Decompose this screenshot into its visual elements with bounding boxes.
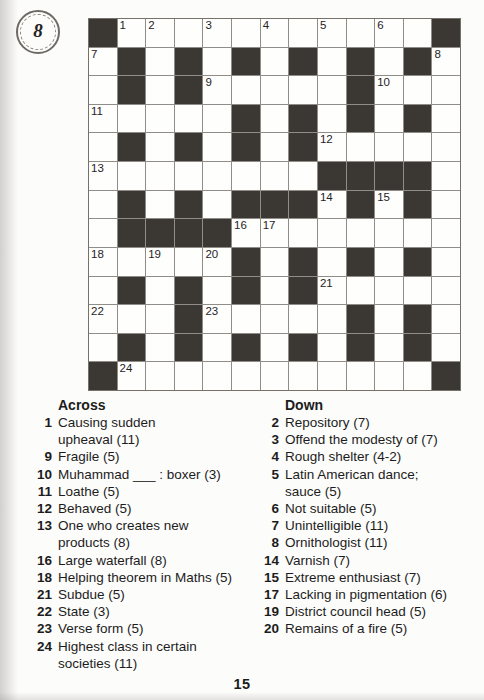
cell-number: 13 [91, 162, 104, 175]
white-cell[interactable]: 2 [146, 19, 174, 47]
white-cell[interactable] [232, 162, 260, 190]
clue-number: 16 [30, 552, 52, 569]
white-cell[interactable] [432, 277, 460, 305]
white-cell[interactable] [89, 191, 117, 219]
white-cell[interactable] [261, 277, 289, 305]
white-cell[interactable]: 20 [203, 248, 231, 276]
black-cell [118, 219, 146, 247]
black-cell [289, 191, 317, 219]
white-cell[interactable]: 24 [118, 362, 146, 390]
white-cell[interactable] [261, 76, 289, 104]
cell-number: 10 [377, 76, 390, 89]
black-cell [347, 305, 375, 333]
white-cell[interactable] [146, 48, 174, 76]
white-cell[interactable] [375, 48, 403, 76]
white-cell[interactable] [203, 334, 231, 362]
clue-text: Muhammad ___ : boxer (3) [58, 466, 221, 483]
white-cell[interactable] [432, 219, 460, 247]
black-cell [318, 162, 346, 190]
white-cell[interactable]: 17 [261, 219, 289, 247]
white-cell[interactable] [404, 133, 432, 161]
white-cell[interactable] [261, 48, 289, 76]
cell-number: 3 [205, 19, 211, 32]
white-cell[interactable] [404, 277, 432, 305]
white-cell[interactable] [375, 305, 403, 333]
clue-text: District council head (5) [285, 603, 426, 620]
white-cell[interactable]: 8 [432, 48, 460, 76]
white-cell[interactable] [347, 277, 375, 305]
black-cell [203, 219, 231, 247]
black-cell [375, 162, 403, 190]
black-cell [89, 362, 117, 390]
black-cell [289, 48, 317, 76]
white-cell[interactable]: 1 [118, 19, 146, 47]
clue-text: Causing suddenupheaval (11) [58, 414, 156, 448]
clue-number: 20 [257, 620, 279, 637]
black-cell [118, 277, 146, 305]
clue-item: 24Highest class in certainsocieties (11) [30, 638, 257, 672]
black-cell [289, 334, 317, 362]
white-cell[interactable] [432, 334, 460, 362]
clue-item: 20Remains of a fire (5) [257, 620, 483, 637]
clue-number: 9 [30, 448, 52, 465]
white-cell[interactable] [289, 362, 317, 390]
clue-text: Large waterfall (8) [58, 552, 167, 569]
black-cell [232, 334, 260, 362]
white-cell[interactable] [203, 162, 231, 190]
black-cell [347, 248, 375, 276]
black-cell [404, 305, 432, 333]
black-cell [347, 162, 375, 190]
white-cell[interactable] [203, 133, 231, 161]
cell-number: 2 [148, 19, 154, 32]
white-cell[interactable] [146, 191, 174, 219]
clue-item: 1Causing suddenupheaval (11) [30, 414, 257, 448]
cell-number: 5 [320, 19, 326, 32]
down-clues-section: Down 2Repository (7)3Offend the modesty … [257, 397, 483, 638]
down-clue-list: 2Repository (7)3Offend the modesty of (7… [257, 414, 483, 638]
black-cell [261, 191, 289, 219]
white-cell[interactable] [289, 19, 317, 47]
clue-number: 5 [257, 466, 279, 500]
clue-item: 14Varnish (7) [257, 552, 483, 569]
white-cell[interactable]: 16 [232, 219, 260, 247]
clue-number: 23 [30, 620, 52, 637]
clue-text: Helping theorem in Maths (5) [58, 569, 232, 586]
clue-text: Fragile (5) [58, 448, 120, 465]
puzzle-number: 8 [33, 20, 43, 42]
white-cell[interactable]: 18 [89, 248, 117, 276]
white-cell[interactable] [404, 76, 432, 104]
white-cell[interactable] [146, 277, 174, 305]
clue-number: 4 [257, 448, 279, 465]
white-cell[interactable] [261, 362, 289, 390]
clue-item: 5Latin American dance;sauce (5) [257, 466, 483, 500]
clue-number: 1 [30, 414, 52, 448]
white-cell[interactable] [289, 305, 317, 333]
white-cell[interactable] [432, 133, 460, 161]
cell-number: 12 [320, 133, 333, 146]
white-cell[interactable] [232, 76, 260, 104]
white-cell[interactable]: 12 [318, 133, 346, 161]
black-cell [232, 277, 260, 305]
white-cell[interactable]: 22 [89, 305, 117, 333]
black-cell [232, 105, 260, 133]
white-cell[interactable] [118, 305, 146, 333]
clue-item: 4Rough shelter (4-2) [257, 448, 483, 465]
crossword-page: 8 12345678910111213141516171819202122232… [0, 0, 484, 700]
cell-number: 19 [148, 248, 161, 261]
white-cell[interactable] [432, 105, 460, 133]
black-cell [404, 48, 432, 76]
cell-number: 6 [377, 19, 383, 32]
clue-item: 10Muhammad ___ : boxer (3) [30, 466, 257, 483]
white-cell[interactable]: 13 [89, 162, 117, 190]
clue-number: 13 [30, 517, 52, 551]
clue-item: 11Loathe (5) [30, 483, 257, 500]
white-cell[interactable] [289, 162, 317, 190]
white-cell[interactable] [404, 362, 432, 390]
white-cell[interactable] [146, 105, 174, 133]
cell-number: 24 [120, 362, 133, 375]
clue-item: 21Subdue (5) [30, 586, 257, 603]
clue-item: 17Lacking in pigmentation (6) [257, 586, 483, 603]
white-cell[interactable] [375, 277, 403, 305]
white-cell[interactable]: 15 [375, 191, 403, 219]
clue-text: State (3) [58, 603, 110, 620]
white-cell[interactable] [289, 219, 317, 247]
white-cell[interactable] [203, 105, 231, 133]
white-cell[interactable] [146, 334, 174, 362]
white-cell[interactable] [289, 76, 317, 104]
clue-text: Lacking in pigmentation (6) [285, 586, 447, 603]
black-cell [175, 191, 203, 219]
white-cell[interactable] [432, 76, 460, 104]
white-cell[interactable] [232, 362, 260, 390]
clue-number: 22 [30, 603, 52, 620]
white-cell[interactable] [261, 133, 289, 161]
cell-number: 23 [205, 305, 218, 318]
across-clues-section: Across 1Causing suddenupheaval (11)9Frag… [30, 397, 257, 672]
black-cell [89, 19, 117, 47]
black-cell [175, 76, 203, 104]
white-cell[interactable] [118, 105, 146, 133]
cell-number: 20 [205, 248, 218, 261]
cell-number: 17 [263, 219, 276, 232]
black-cell [175, 219, 203, 247]
black-cell [432, 19, 460, 47]
black-cell [347, 105, 375, 133]
black-cell [404, 105, 432, 133]
white-cell[interactable] [175, 105, 203, 133]
black-cell [232, 48, 260, 76]
black-cell [289, 277, 317, 305]
clue-number: 18 [30, 569, 52, 586]
white-cell[interactable] [89, 334, 117, 362]
page-number: 15 [0, 676, 484, 692]
black-cell [404, 162, 432, 190]
white-cell[interactable] [318, 105, 346, 133]
clue-number: 17 [257, 586, 279, 603]
white-cell[interactable] [146, 305, 174, 333]
across-clue-list: 1Causing suddenupheaval (11)9Fragile (5)… [30, 414, 257, 672]
clue-item: 12Behaved (5) [30, 500, 257, 517]
white-cell[interactable]: 21 [318, 277, 346, 305]
cell-number: 22 [91, 305, 104, 318]
white-cell[interactable] [318, 362, 346, 390]
white-cell[interactable] [432, 191, 460, 219]
white-cell[interactable] [261, 305, 289, 333]
white-cell[interactable] [203, 191, 231, 219]
white-cell[interactable]: 11 [89, 105, 117, 133]
black-cell [404, 248, 432, 276]
crossword-grid: 123456789101112131415161718192021222324 [88, 18, 461, 391]
white-cell[interactable] [318, 76, 346, 104]
white-cell[interactable] [89, 76, 117, 104]
cell-number: 4 [263, 19, 269, 32]
down-header: Down [285, 397, 483, 414]
clue-number: 11 [30, 483, 52, 500]
black-cell [118, 133, 146, 161]
clue-item: 2Repository (7) [257, 414, 483, 431]
clue-item: 13One who creates newproducts (8) [30, 517, 257, 551]
black-cell [175, 133, 203, 161]
cell-number: 8 [434, 48, 440, 61]
black-cell [404, 191, 432, 219]
black-cell [289, 248, 317, 276]
black-cell [118, 191, 146, 219]
black-cell [118, 48, 146, 76]
white-cell[interactable]: 10 [375, 76, 403, 104]
white-cell[interactable] [375, 334, 403, 362]
clue-number: 19 [257, 603, 279, 620]
white-cell[interactable] [232, 19, 260, 47]
puzzle-number-badge: 8 [16, 10, 60, 54]
white-cell[interactable] [261, 105, 289, 133]
white-cell[interactable]: 14 [318, 191, 346, 219]
white-cell[interactable] [118, 248, 146, 276]
white-cell[interactable]: 19 [146, 248, 174, 276]
black-cell [289, 133, 317, 161]
clue-text: Latin American dance;sauce (5) [285, 466, 419, 500]
white-cell[interactable] [318, 305, 346, 333]
white-cell[interactable] [375, 362, 403, 390]
clue-item: 8Ornithologist (11) [257, 534, 483, 551]
white-cell[interactable] [175, 162, 203, 190]
white-cell[interactable]: 4 [261, 19, 289, 47]
cell-number: 7 [91, 48, 97, 61]
clue-text: Extreme enthusiast (7) [285, 569, 421, 586]
white-cell[interactable] [318, 248, 346, 276]
white-cell[interactable]: 6 [375, 19, 403, 47]
clue-number: 2 [257, 414, 279, 431]
black-cell [232, 191, 260, 219]
cell-number: 21 [320, 277, 333, 290]
clue-number: 15 [257, 569, 279, 586]
clue-item: 3Offend the modesty of (7) [257, 431, 483, 448]
black-cell [347, 334, 375, 362]
black-cell [118, 334, 146, 362]
white-cell[interactable] [232, 305, 260, 333]
white-cell[interactable] [203, 277, 231, 305]
clue-number: 12 [30, 500, 52, 517]
black-cell [232, 133, 260, 161]
white-cell[interactable] [375, 219, 403, 247]
clue-item: 9Fragile (5) [30, 448, 257, 465]
white-cell[interactable] [89, 219, 117, 247]
white-cell[interactable] [347, 133, 375, 161]
white-cell[interactable] [146, 362, 174, 390]
clue-number: 7 [257, 517, 279, 534]
white-cell[interactable] [175, 19, 203, 47]
clue-text: Varnish (7) [285, 552, 350, 569]
clue-item: 6Not suitable (5) [257, 500, 483, 517]
clue-text: Behaved (5) [58, 500, 132, 517]
white-cell[interactable] [375, 133, 403, 161]
clue-text: Repository (7) [285, 414, 370, 431]
clue-item: 19District council head (5) [257, 603, 483, 620]
white-cell[interactable] [404, 219, 432, 247]
white-cell[interactable] [146, 162, 174, 190]
white-cell[interactable]: 23 [203, 305, 231, 333]
cell-number: 18 [91, 248, 104, 261]
black-cell [175, 277, 203, 305]
white-cell[interactable]: 7 [89, 48, 117, 76]
white-cell[interactable]: 5 [318, 19, 346, 47]
white-cell[interactable] [89, 133, 117, 161]
cell-number: 16 [234, 219, 247, 232]
clue-number: 10 [30, 466, 52, 483]
clue-text: Subdue (5) [58, 586, 125, 603]
clue-item: 7Unintelligible (11) [257, 517, 483, 534]
clue-item: 16Large waterfall (8) [30, 552, 257, 569]
clue-text: One who creates newproducts (8) [58, 517, 189, 551]
clue-text: Ornithologist (11) [285, 534, 388, 551]
white-cell[interactable] [146, 76, 174, 104]
white-cell[interactable] [203, 48, 231, 76]
white-cell[interactable] [175, 362, 203, 390]
white-cell[interactable] [261, 248, 289, 276]
clue-number: 14 [257, 552, 279, 569]
clue-item: 23Verse form (5) [30, 620, 257, 637]
clue-text: Rough shelter (4-2) [285, 448, 401, 465]
black-cell [175, 48, 203, 76]
white-cell[interactable] [146, 133, 174, 161]
cell-number: 11 [91, 105, 103, 118]
cell-number: 9 [205, 76, 211, 89]
clue-item: 22State (3) [30, 603, 257, 620]
clue-text: Not suitable (5) [285, 500, 377, 517]
white-cell[interactable] [318, 219, 346, 247]
black-cell [432, 362, 460, 390]
across-header: Across [58, 397, 257, 414]
clue-number: 24 [30, 638, 52, 672]
clue-text: Unintelligible (11) [285, 517, 388, 534]
cell-number: 15 [377, 191, 390, 204]
clue-text: Remains of a fire (5) [285, 620, 407, 637]
white-cell[interactable] [347, 219, 375, 247]
clue-text: Highest class in certainsocieties (11) [58, 638, 197, 672]
white-cell[interactable] [404, 19, 432, 47]
white-cell[interactable] [347, 19, 375, 47]
white-cell[interactable] [203, 362, 231, 390]
white-cell[interactable]: 9 [203, 76, 231, 104]
white-cell[interactable] [432, 305, 460, 333]
white-cell[interactable] [118, 162, 146, 190]
black-cell [404, 334, 432, 362]
black-cell [146, 219, 174, 247]
cell-number: 1 [120, 19, 126, 32]
white-cell[interactable] [89, 277, 117, 305]
black-cell [347, 191, 375, 219]
clue-number: 3 [257, 431, 279, 448]
white-cell[interactable] [375, 248, 403, 276]
black-cell [347, 48, 375, 76]
white-cell[interactable] [432, 162, 460, 190]
white-cell[interactable] [347, 362, 375, 390]
black-cell [175, 334, 203, 362]
clue-number: 21 [30, 586, 52, 603]
white-cell[interactable] [318, 48, 346, 76]
white-cell[interactable] [318, 334, 346, 362]
clue-item: 18Helping theorem in Maths (5) [30, 569, 257, 586]
black-cell [232, 248, 260, 276]
black-cell [175, 305, 203, 333]
white-cell[interactable] [261, 334, 289, 362]
clue-item: 15Extreme enthusiast (7) [257, 569, 483, 586]
black-cell [347, 76, 375, 104]
clue-text: Loathe (5) [58, 483, 120, 500]
clue-number: 6 [257, 500, 279, 517]
cell-number: 14 [320, 191, 333, 204]
clue-text: Offend the modesty of (7) [285, 431, 438, 448]
clue-text: Verse form (5) [58, 620, 144, 637]
white-cell[interactable] [175, 248, 203, 276]
black-cell [118, 76, 146, 104]
white-cell[interactable]: 3 [203, 19, 231, 47]
clue-number: 8 [257, 534, 279, 551]
black-cell [289, 105, 317, 133]
white-cell[interactable] [432, 248, 460, 276]
white-cell[interactable] [375, 105, 403, 133]
white-cell[interactable] [261, 162, 289, 190]
